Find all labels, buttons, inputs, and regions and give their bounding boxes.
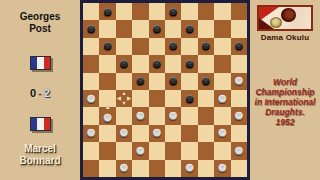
black-man-18[interactable]: ●: [152, 56, 162, 70]
square-48[interactable]: [149, 160, 165, 177]
square-1[interactable]: ●: [99, 3, 115, 20]
square-27[interactable]: ▲▼◀▶: [116, 90, 132, 107]
event-title: World Championship in International Drau…: [250, 77, 320, 127]
square-42[interactable]: ●: [132, 142, 148, 159]
black-man-1[interactable]: ●: [102, 4, 112, 18]
player-top-name-line2: Post: [0, 23, 80, 35]
square-9[interactable]: ●: [181, 20, 197, 37]
square-r5c3: [116, 73, 132, 90]
square-18[interactable]: ●: [149, 55, 165, 72]
square-12[interactable]: [132, 38, 148, 55]
player-top-name-line1: Georges: [0, 11, 80, 23]
square-r5c5: [149, 73, 165, 90]
score-separator: -: [38, 87, 42, 99]
square-r9c3: [116, 142, 132, 159]
score-top: 0: [30, 87, 36, 99]
logo-dark-draughts-piece: [281, 8, 296, 22]
black-man-9[interactable]: ●: [184, 21, 194, 35]
player-bottom-name-line1: Marcel: [0, 143, 80, 155]
square-44[interactable]: [198, 142, 214, 159]
square-21[interactable]: [99, 73, 115, 90]
square-r4c4: [132, 55, 148, 72]
square-r1c7: [181, 3, 197, 20]
square-46[interactable]: [83, 160, 99, 177]
left-player-panel: Georges Post 0-2 Marcel Bonnard: [0, 0, 80, 180]
square-13[interactable]: ●: [165, 38, 181, 55]
square-r6c6: [165, 90, 181, 107]
black-man-29[interactable]: ●: [184, 91, 194, 105]
white-man-49[interactable]: ●: [184, 160, 194, 174]
event-title-line4: Draughts.: [250, 107, 320, 117]
draughts-board: ●●●●●●●●●●●●●●●●●▲▼◀▶●●●▲●●●●●●●●●●●●: [83, 3, 247, 177]
black-man-3[interactable]: ●: [168, 4, 178, 18]
square-r9c7: [181, 142, 197, 159]
square-r1c9: [214, 3, 230, 20]
square-r7c1: [83, 107, 99, 124]
white-man-33[interactable]: ●: [168, 108, 178, 122]
cross-arrow-r-icon: ▶: [127, 96, 131, 102]
black-man-8[interactable]: ●: [152, 21, 162, 35]
square-r7c3: [116, 107, 132, 124]
square-r8c2: [99, 125, 115, 142]
square-45[interactable]: ●: [231, 142, 247, 159]
match-score: 0-2: [0, 87, 80, 99]
square-15[interactable]: ●: [231, 38, 247, 55]
player-bottom-name: Marcel Bonnard: [0, 143, 80, 166]
white-man-40[interactable]: ●: [217, 126, 227, 140]
square-39[interactable]: [181, 125, 197, 142]
square-33[interactable]: ●: [165, 107, 181, 124]
event-title-line5: 1952: [250, 117, 320, 127]
square-26[interactable]: ●: [83, 90, 99, 107]
cross-arrow-l-icon: ◀: [117, 96, 121, 102]
square-r10c10: [231, 160, 247, 177]
square-35[interactable]: ●: [231, 107, 247, 124]
square-r7c7: [181, 107, 197, 124]
square-31[interactable]: ●▲: [99, 107, 115, 124]
flag-red-stripe: [44, 57, 50, 69]
white-man-25[interactable]: ●: [234, 73, 244, 87]
square-r3c5: [149, 38, 165, 55]
square-7[interactable]: [116, 20, 132, 37]
event-title-line3: in International: [250, 97, 320, 107]
square-29[interactable]: ●: [181, 90, 197, 107]
square-49[interactable]: ●: [181, 160, 197, 177]
dama-okulu-logo: [257, 5, 313, 31]
player-bottom-name-line2: Bonnard: [0, 155, 80, 167]
square-24[interactable]: ●: [198, 73, 214, 90]
square-r3c1: [83, 38, 99, 55]
square-r1c3: [116, 3, 132, 20]
square-20[interactable]: [214, 55, 230, 72]
square-r10c4: [132, 160, 148, 177]
square-36[interactable]: ●: [83, 125, 99, 142]
square-r6c10: [231, 90, 247, 107]
square-r8c10: [231, 125, 247, 142]
white-man-32[interactable]: ●: [135, 108, 145, 122]
square-r8c6: [165, 125, 181, 142]
square-r1c5: [149, 3, 165, 20]
white-man-38[interactable]: ●: [152, 126, 162, 140]
square-30[interactable]: ●: [214, 90, 230, 107]
moving-piece-arrow-icon: ▲: [104, 104, 110, 111]
square-r6c4: [132, 90, 148, 107]
square-17[interactable]: ●: [116, 55, 132, 72]
black-man-23[interactable]: ●: [168, 73, 178, 87]
logo-label: Dama Okulu: [250, 33, 320, 42]
square-r9c5: [149, 142, 165, 159]
square-16[interactable]: [83, 55, 99, 72]
white-man-31[interactable]: ●: [102, 110, 112, 124]
square-34[interactable]: [198, 107, 214, 124]
square-23[interactable]: ●: [165, 73, 181, 90]
square-5[interactable]: [231, 3, 247, 20]
black-man-14[interactable]: ●: [201, 39, 211, 53]
square-r9c1: [83, 142, 99, 159]
white-man-47[interactable]: ●: [119, 160, 129, 174]
white-man-45[interactable]: ●: [234, 143, 244, 157]
square-r7c5: [149, 107, 165, 124]
black-man-19[interactable]: ●: [184, 56, 194, 70]
black-man-17[interactable]: ●: [119, 56, 129, 70]
black-man-15[interactable]: ●: [234, 39, 244, 53]
france-flag-icon: [30, 56, 51, 70]
square-50[interactable]: ●: [214, 160, 230, 177]
move-target-cross-marker: ▲▼◀▶: [116, 90, 132, 107]
square-r4c8: [198, 55, 214, 72]
france-flag-icon: [30, 117, 51, 131]
black-man-24[interactable]: ●: [201, 73, 211, 87]
square-3[interactable]: ●: [165, 3, 181, 20]
event-title-line1: World: [250, 77, 320, 87]
square-r7c9: [214, 107, 230, 124]
white-man-30[interactable]: ●: [217, 91, 227, 105]
score-bottom: 2: [44, 87, 50, 99]
white-man-36[interactable]: ●: [86, 126, 96, 140]
square-r5c9: [214, 73, 230, 90]
square-r2c6: [165, 20, 181, 37]
white-man-42[interactable]: ●: [135, 143, 145, 157]
black-man-13[interactable]: ●: [168, 39, 178, 53]
square-r1c1: [83, 3, 99, 20]
white-man-26[interactable]: ●: [86, 91, 96, 105]
square-25[interactable]: ●: [231, 73, 247, 90]
square-28[interactable]: [149, 90, 165, 107]
square-r3c9: [214, 38, 230, 55]
square-r2c2: [99, 20, 115, 37]
square-r4c2: [99, 55, 115, 72]
square-r3c3: [116, 38, 132, 55]
flag-red-stripe: [44, 118, 50, 130]
video-frame: Georges Post 0-2 Marcel Bonnard ●●●●●●●●…: [0, 0, 320, 180]
square-37[interactable]: ●: [116, 125, 132, 142]
square-19[interactable]: ●: [181, 55, 197, 72]
square-6[interactable]: ●: [83, 20, 99, 37]
square-10[interactable]: [214, 20, 230, 37]
square-32[interactable]: ●: [132, 107, 148, 124]
board-frame: ●●●●●●●●●●●●●●●●●▲▼◀▶●●●▲●●●●●●●●●●●●: [80, 0, 250, 180]
square-4[interactable]: [198, 3, 214, 20]
square-r10c6: [165, 160, 181, 177]
square-r5c7: [181, 73, 197, 90]
event-title-line2: Championship: [250, 87, 320, 97]
white-man-35[interactable]: ●: [234, 108, 244, 122]
cross-arrow-d-icon: ▼: [121, 101, 126, 107]
right-info-panel: Dama Okulu World Championship in Interna…: [250, 0, 320, 180]
square-r10c8: [198, 160, 214, 177]
square-43[interactable]: [165, 142, 181, 159]
square-r2c4: [132, 20, 148, 37]
square-r8c4: [132, 125, 148, 142]
black-man-11[interactable]: ●: [102, 39, 112, 53]
black-man-22[interactable]: ●: [135, 73, 145, 87]
square-47[interactable]: ●: [116, 160, 132, 177]
square-8[interactable]: ●: [149, 20, 165, 37]
white-man-50[interactable]: ●: [217, 160, 227, 174]
cross-arrow-u-icon: ▲: [121, 91, 126, 97]
logo-tan-draughts-piece: [270, 17, 282, 28]
square-r2c8: [198, 20, 214, 37]
square-41[interactable]: [99, 142, 115, 159]
square-38[interactable]: ●: [149, 125, 165, 142]
square-r9c9: [214, 142, 230, 159]
square-14[interactable]: ●: [198, 38, 214, 55]
black-man-6[interactable]: ●: [86, 21, 96, 35]
square-r4c10: [231, 55, 247, 72]
square-r4c6: [165, 55, 181, 72]
player-top-name: Georges Post: [0, 11, 80, 34]
square-r8c8: [198, 125, 214, 142]
square-r10c2: [99, 160, 115, 177]
square-2[interactable]: [132, 3, 148, 20]
square-r6c8: [198, 90, 214, 107]
square-r3c7: [181, 38, 197, 55]
square-r5c1: [83, 73, 99, 90]
square-22[interactable]: ●: [132, 73, 148, 90]
square-40[interactable]: ●: [214, 125, 230, 142]
square-r2c10: [231, 20, 247, 37]
white-man-37[interactable]: ●: [119, 126, 129, 140]
square-11[interactable]: ●: [99, 38, 115, 55]
